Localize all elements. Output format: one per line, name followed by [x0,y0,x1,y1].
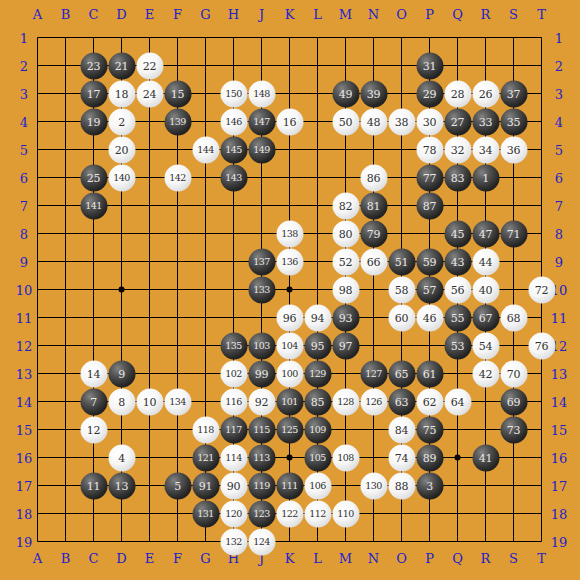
stone-white-108-M16[interactable]: 108 [332,444,359,471]
stone-white-120-H18[interactable]: 120 [220,500,247,527]
row-label-left-12: 12 [16,338,33,353]
row-label-left-4: 4 [20,114,28,129]
stone-black-83-Q6[interactable]: 83 [444,164,471,191]
stone-black-53-Q12[interactable]: 53 [444,332,471,359]
stone-white-112-L18[interactable]: 112 [304,500,331,527]
stone-white-46-P11[interactable]: 46 [416,304,443,331]
stone-white-32-Q5[interactable]: 32 [444,136,471,163]
stone-white-124-J19[interactable]: 124 [248,528,275,555]
col-label-bottom-B: B [61,551,71,566]
row-label-left-16: 16 [16,450,33,465]
stone-black-77-P6[interactable]: 77 [416,164,443,191]
col-label-bottom-K: K [285,551,295,566]
stone-white-98-M10[interactable]: 98 [332,276,359,303]
row-label-right-9: 9 [555,254,563,269]
stone-black-19-C4[interactable]: 19 [80,108,107,135]
col-label-bottom-P: P [425,551,434,566]
stone-white-82-M7[interactable]: 82 [332,192,359,219]
col-label-top-R: R [481,7,491,22]
stone-black-85-L14[interactable]: 85 [304,388,331,415]
col-label-top-M: M [339,7,352,22]
row-label-right-3: 3 [555,86,563,101]
stone-black-123-J18[interactable]: 123 [248,500,275,527]
stone-black-73-S15[interactable]: 73 [500,416,527,443]
stone-black-37-S3[interactable]: 37 [500,80,527,107]
stone-white-118-G15[interactable]: 118 [192,416,219,443]
col-label-top-J: J [259,7,264,22]
col-label-top-L: L [313,7,322,22]
stone-black-125-K15[interactable]: 125 [276,416,303,443]
stone-white-150-H3[interactable]: 150 [220,80,247,107]
col-label-top-O: O [396,7,407,22]
col-label-bottom-E: E [145,551,155,566]
stone-white-86-N6[interactable]: 86 [360,164,387,191]
stone-black-57-P10[interactable]: 57 [416,276,443,303]
stone-black-113-J16[interactable]: 113 [248,444,275,471]
col-label-bottom-M: M [339,551,352,566]
star-point-K16 [287,455,293,461]
stone-black-61-P13[interactable]: 61 [416,360,443,387]
col-label-bottom-A: A [33,551,42,566]
stone-white-70-S13[interactable]: 70 [500,360,527,387]
stone-black-99-J13[interactable]: 99 [248,360,275,387]
row-label-right-4: 4 [555,114,563,129]
row-label-right-13: 13 [551,366,568,381]
stone-white-16-K4[interactable]: 16 [276,108,303,135]
stone-white-148-J3[interactable]: 148 [248,80,275,107]
stone-white-58-O10[interactable]: 58 [388,276,415,303]
stone-black-141-C7[interactable]: 141 [80,192,107,219]
stone-white-20-D5[interactable]: 20 [108,136,135,163]
stone-black-109-L15[interactable]: 109 [304,416,331,443]
stone-white-96-K11[interactable]: 96 [276,304,303,331]
stone-white-40-R10[interactable]: 40 [472,276,499,303]
col-label-bottom-O: O [396,551,407,566]
row-label-left-17: 17 [16,478,33,493]
stone-black-35-S4[interactable]: 35 [500,108,527,135]
stone-white-44-R9[interactable]: 44 [472,248,499,275]
row-label-right-15: 15 [551,422,568,437]
stone-black-81-N7[interactable]: 81 [360,192,387,219]
row-label-left-13: 13 [16,366,33,381]
stone-black-127-N13[interactable]: 127 [360,360,387,387]
stone-black-87-P7[interactable]: 87 [416,192,443,219]
stone-black-97-M12[interactable]: 97 [332,332,359,359]
stone-white-66-N9[interactable]: 66 [360,248,387,275]
row-label-left-1: 1 [20,30,28,45]
stone-white-62-P14[interactable]: 62 [416,388,443,415]
col-label-top-A: A [33,7,42,22]
col-label-top-G: G [200,7,210,22]
stone-black-17-C3[interactable]: 17 [80,80,107,107]
stone-white-142-F6[interactable]: 142 [164,164,191,191]
stone-white-80-M8[interactable]: 80 [332,220,359,247]
stone-white-100-K13[interactable]: 100 [276,360,303,387]
stone-white-88-O17[interactable]: 88 [388,472,415,499]
stone-black-139-F4[interactable]: 139 [164,108,191,135]
stone-black-1-R6[interactable]: 1 [472,164,499,191]
stone-white-128-M14[interactable]: 128 [332,388,359,415]
stone-white-126-N14[interactable]: 126 [360,388,387,415]
stone-white-104-K12[interactable]: 104 [276,332,303,359]
stone-white-18-D3[interactable]: 18 [108,80,135,107]
col-label-bottom-F: F [173,551,182,566]
stone-white-54-R12[interactable]: 54 [472,332,499,359]
row-label-right-6: 6 [555,170,563,185]
row-label-right-14: 14 [551,394,568,409]
col-label-top-N: N [368,7,379,22]
stone-black-31-P2[interactable]: 31 [416,52,443,79]
row-label-right-16: 16 [551,450,568,465]
col-label-bottom-C: C [89,551,99,566]
star-point-Q16 [455,455,461,461]
col-label-top-Q: Q [452,7,463,22]
stone-black-7-C14[interactable]: 7 [80,388,107,415]
stone-black-131-G18[interactable]: 131 [192,500,219,527]
col-label-top-C: C [89,7,99,22]
stone-black-21-D2[interactable]: 21 [108,52,135,79]
stone-white-60-O11[interactable]: 60 [388,304,415,331]
stone-white-110-M18[interactable]: 110 [332,500,359,527]
col-label-bottom-Q: Q [452,551,463,566]
stone-black-23-C2[interactable]: 23 [80,52,107,79]
stone-black-117-H15[interactable]: 117 [220,416,247,443]
stone-white-42-R13[interactable]: 42 [472,360,499,387]
stone-black-129-L13[interactable]: 129 [304,360,331,387]
stone-black-65-O13[interactable]: 65 [388,360,415,387]
stone-black-9-D13[interactable]: 9 [108,360,135,387]
row-label-left-14: 14 [16,394,33,409]
stone-black-145-H5[interactable]: 145 [220,136,247,163]
stone-white-130-N17[interactable]: 130 [360,472,387,499]
row-label-left-11: 11 [16,310,33,325]
stone-black-93-M11[interactable]: 93 [332,304,359,331]
col-label-bottom-R: R [481,551,491,566]
stone-black-67-R11[interactable]: 67 [472,304,499,331]
row-label-left-7: 7 [20,198,28,213]
stone-white-56-Q10[interactable]: 56 [444,276,471,303]
row-label-left-10: 10 [16,282,33,297]
stone-black-101-K14[interactable]: 101 [276,388,303,415]
stone-black-49-M3[interactable]: 49 [332,80,359,107]
row-label-left-2: 2 [20,58,28,73]
stone-black-33-R4[interactable]: 33 [472,108,499,135]
stone-black-11-C17[interactable]: 11 [80,472,107,499]
col-label-bottom-D: D [116,551,126,566]
stone-white-116-H14[interactable]: 116 [220,388,247,415]
stone-white-90-H17[interactable]: 90 [220,472,247,499]
stone-white-34-R5[interactable]: 34 [472,136,499,163]
col-label-top-P: P [425,7,434,22]
stone-white-122-K18[interactable]: 122 [276,500,303,527]
col-label-top-S: S [509,7,518,22]
stone-black-15-F3[interactable]: 15 [164,80,191,107]
row-label-left-8: 8 [20,226,28,241]
stone-white-136-K9[interactable]: 136 [276,248,303,275]
stone-black-119-J17[interactable]: 119 [248,472,275,499]
col-label-bottom-L: L [313,551,322,566]
stone-black-91-G17[interactable]: 91 [192,472,219,499]
stone-black-55-Q11[interactable]: 55 [444,304,471,331]
col-label-top-E: E [145,7,155,22]
row-label-left-6: 6 [20,170,28,185]
stone-black-103-J12[interactable]: 103 [248,332,275,359]
stone-white-24-E3[interactable]: 24 [136,80,163,107]
stone-black-45-Q8[interactable]: 45 [444,220,471,247]
stone-white-26-R3[interactable]: 26 [472,80,499,107]
stone-black-25-C6[interactable]: 25 [80,164,107,191]
stone-white-12-C15[interactable]: 12 [80,416,107,443]
stone-black-79-N8[interactable]: 79 [360,220,387,247]
row-label-right-2: 2 [555,58,563,73]
stone-black-29-P3[interactable]: 29 [416,80,443,107]
stone-white-28-Q3[interactable]: 28 [444,80,471,107]
col-label-top-K: K [285,7,295,22]
stone-white-22-E2[interactable]: 22 [136,52,163,79]
stone-black-5-F17[interactable]: 5 [164,472,191,499]
stone-black-59-P9[interactable]: 59 [416,248,443,275]
stone-black-89-P16[interactable]: 89 [416,444,443,471]
row-label-left-9: 9 [20,254,28,269]
col-label-bottom-G: G [200,551,210,566]
stone-white-146-H4[interactable]: 146 [220,108,247,135]
stone-white-4-D16[interactable]: 4 [108,444,135,471]
stone-black-133-J10[interactable]: 133 [248,276,275,303]
stone-black-63-O14[interactable]: 63 [388,388,415,415]
star-point-K10 [287,287,293,293]
stone-black-39-N3[interactable]: 39 [360,80,387,107]
stone-black-95-L12[interactable]: 95 [304,332,331,359]
col-label-top-B: B [61,7,71,22]
stone-white-132-H19[interactable]: 132 [220,528,247,555]
stone-black-149-J5[interactable]: 149 [248,136,275,163]
stone-white-14-C13[interactable]: 14 [80,360,107,387]
row-label-right-17: 17 [551,478,568,493]
row-label-right-8: 8 [555,226,563,241]
stone-white-84-O15[interactable]: 84 [388,416,415,443]
stone-black-47-R8[interactable]: 47 [472,220,499,247]
stone-white-106-L17[interactable]: 106 [304,472,331,499]
col-label-top-D: D [116,7,126,22]
row-label-left-18: 18 [16,506,33,521]
row-label-right-19: 19 [551,534,568,549]
stone-black-13-D17[interactable]: 13 [108,472,135,499]
stone-white-48-N4[interactable]: 48 [360,108,387,135]
stone-white-134-F14[interactable]: 134 [164,388,191,415]
stone-white-64-Q14[interactable]: 64 [444,388,471,415]
stone-black-105-L16[interactable]: 105 [304,444,331,471]
stone-white-52-M9[interactable]: 52 [332,248,359,275]
stone-black-137-J9[interactable]: 137 [248,248,275,275]
stone-white-144-G5[interactable]: 144 [192,136,219,163]
stone-white-8-D14[interactable]: 8 [108,388,135,415]
row-label-left-15: 15 [16,422,33,437]
stone-white-30-P4[interactable]: 30 [416,108,443,135]
stone-white-2-D4[interactable]: 2 [108,108,135,135]
stone-black-43-Q9[interactable]: 43 [444,248,471,275]
row-label-right-18: 18 [551,506,568,521]
stone-black-111-K17[interactable]: 111 [276,472,303,499]
stone-white-50-M4[interactable]: 50 [332,108,359,135]
stone-black-135-H12[interactable]: 135 [220,332,247,359]
stone-black-3-P17[interactable]: 3 [416,472,443,499]
stone-black-69-S14[interactable]: 69 [500,388,527,415]
row-label-right-7: 7 [555,198,563,213]
stone-white-68-S11[interactable]: 68 [500,304,527,331]
stone-white-76-T12[interactable]: 76 [528,332,555,359]
row-label-right-5: 5 [555,142,563,157]
col-label-bottom-T: T [537,551,546,566]
stone-white-114-H16[interactable]: 114 [220,444,247,471]
stone-white-94-L11[interactable]: 94 [304,304,331,331]
col-label-top-H: H [228,7,239,22]
star-point-D10 [119,287,125,293]
row-label-right-11: 11 [551,310,568,325]
stone-black-75-P15[interactable]: 75 [416,416,443,443]
stone-black-143-H6[interactable]: 143 [220,164,247,191]
stone-white-72-T10[interactable]: 72 [528,276,555,303]
stone-white-38-O4[interactable]: 38 [388,108,415,135]
row-label-left-19: 19 [16,534,33,549]
stone-white-140-D6[interactable]: 140 [108,164,135,191]
stone-black-115-J15[interactable]: 115 [248,416,275,443]
stone-white-36-S5[interactable]: 36 [500,136,527,163]
stone-black-147-J4[interactable]: 147 [248,108,275,135]
stone-black-51-O9[interactable]: 51 [388,248,415,275]
row-label-left-5: 5 [20,142,28,157]
stone-black-41-R16[interactable]: 41 [472,444,499,471]
stone-white-78-P5[interactable]: 78 [416,136,443,163]
stone-black-121-G16[interactable]: 121 [192,444,219,471]
col-label-bottom-S: S [509,551,518,566]
stone-white-138-K8[interactable]: 138 [276,220,303,247]
stone-black-71-S8[interactable]: 71 [500,220,527,247]
stone-white-10-E14[interactable]: 10 [136,388,163,415]
stone-white-92-J14[interactable]: 92 [248,388,275,415]
row-label-right-1: 1 [555,30,563,45]
row-label-left-3: 3 [20,86,28,101]
stone-black-27-Q4[interactable]: 27 [444,108,471,135]
go-board[interactable]: AABBCCDDEEFFGGHHJJKKLLMMNNOOPPQQRRSSTT11… [0,0,580,580]
col-label-top-F: F [173,7,182,22]
col-label-bottom-N: N [368,551,379,566]
col-label-top-T: T [537,7,546,22]
stone-white-102-H13[interactable]: 102 [220,360,247,387]
stone-white-74-O16[interactable]: 74 [388,444,415,471]
